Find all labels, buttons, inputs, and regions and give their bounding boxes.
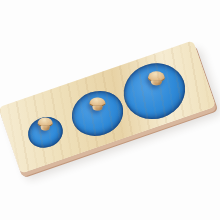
medium-knob-neck <box>93 105 103 110</box>
medium-circle-inset <box>66 84 129 143</box>
large-circle-knob <box>148 71 165 85</box>
puzzle-board <box>0 40 216 173</box>
large-circle-inset <box>116 55 193 127</box>
photo-background <box>0 0 220 220</box>
small-circle-knob <box>38 118 53 131</box>
small-knob-neck <box>41 125 50 130</box>
large-knob-neck <box>151 80 162 85</box>
medium-circle-knob <box>89 97 105 110</box>
